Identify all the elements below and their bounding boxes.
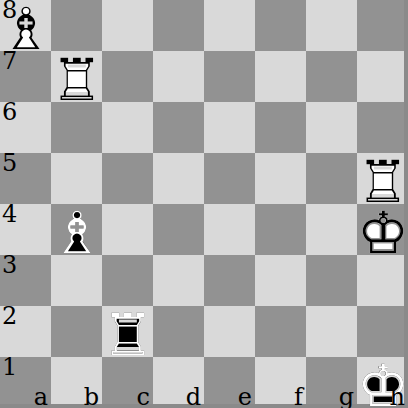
square-b5[interactable] (51, 153, 102, 204)
square-f2[interactable] (255, 306, 306, 357)
square-f8[interactable] (255, 0, 306, 51)
square-c8[interactable] (102, 0, 153, 51)
square-a4[interactable] (0, 204, 51, 255)
white-bishop-outline-icon: ♗ (0, 0, 51, 51)
square-e1[interactable] (204, 357, 255, 408)
square-d4[interactable] (153, 204, 204, 255)
square-d6[interactable] (153, 102, 204, 153)
white-rook-piece[interactable]: ♜♖ (51, 51, 102, 102)
square-c5[interactable] (102, 153, 153, 204)
square-a3[interactable] (0, 255, 51, 306)
square-e6[interactable] (204, 102, 255, 153)
square-g4[interactable] (306, 204, 357, 255)
square-a1[interactable] (0, 357, 51, 408)
square-g5[interactable] (306, 153, 357, 204)
black-king-outline-icon: ♔ (357, 357, 408, 408)
square-d5[interactable] (153, 153, 204, 204)
square-e5[interactable] (204, 153, 255, 204)
square-a6[interactable] (0, 102, 51, 153)
square-h8[interactable] (357, 0, 408, 51)
square-g6[interactable] (306, 102, 357, 153)
white-king-outline-icon: ♔ (357, 204, 408, 255)
square-e2[interactable] (204, 306, 255, 357)
black-bishop-outline-icon: ♗ (51, 204, 102, 255)
square-d2[interactable] (153, 306, 204, 357)
chessboard: ♝♗♜♖♜♖♝♗♚♔♜♖♚♔ 87654321abcdefgh (0, 0, 408, 408)
square-b2[interactable] (51, 306, 102, 357)
square-f7[interactable] (255, 51, 306, 102)
square-f5[interactable] (255, 153, 306, 204)
window-edge-bottom (0, 404, 408, 408)
square-f1[interactable] (255, 357, 306, 408)
square-h7[interactable] (357, 51, 408, 102)
black-rook-piece[interactable]: ♜♖ (102, 306, 153, 357)
square-f4[interactable] (255, 204, 306, 255)
black-bishop-piece[interactable]: ♝♗ (51, 204, 102, 255)
square-e3[interactable] (204, 255, 255, 306)
square-b8[interactable] (51, 0, 102, 51)
square-h6[interactable] (357, 102, 408, 153)
square-a5[interactable] (0, 153, 51, 204)
square-d3[interactable] (153, 255, 204, 306)
square-e4[interactable] (204, 204, 255, 255)
square-e8[interactable] (204, 0, 255, 51)
square-f3[interactable] (255, 255, 306, 306)
square-c4[interactable] (102, 204, 153, 255)
square-g1[interactable] (306, 357, 357, 408)
black-king-piece[interactable]: ♚♔ (357, 357, 408, 408)
black-rook-outline-icon: ♖ (102, 306, 153, 357)
square-c6[interactable] (102, 102, 153, 153)
square-c3[interactable] (102, 255, 153, 306)
square-f6[interactable] (255, 102, 306, 153)
white-rook-outline-icon: ♖ (51, 51, 102, 102)
square-g2[interactable] (306, 306, 357, 357)
white-rook-piece[interactable]: ♜♖ (357, 153, 408, 204)
white-bishop-piece[interactable]: ♝♗ (0, 0, 51, 51)
white-rook-outline-icon: ♖ (357, 153, 408, 204)
square-c7[interactable] (102, 51, 153, 102)
square-e7[interactable] (204, 51, 255, 102)
white-king-piece[interactable]: ♚♔ (357, 204, 408, 255)
square-b1[interactable] (51, 357, 102, 408)
square-d1[interactable] (153, 357, 204, 408)
square-d7[interactable] (153, 51, 204, 102)
square-d8[interactable] (153, 0, 204, 51)
square-g7[interactable] (306, 51, 357, 102)
square-g8[interactable] (306, 0, 357, 51)
square-g3[interactable] (306, 255, 357, 306)
square-h2[interactable] (357, 306, 408, 357)
square-a2[interactable] (0, 306, 51, 357)
